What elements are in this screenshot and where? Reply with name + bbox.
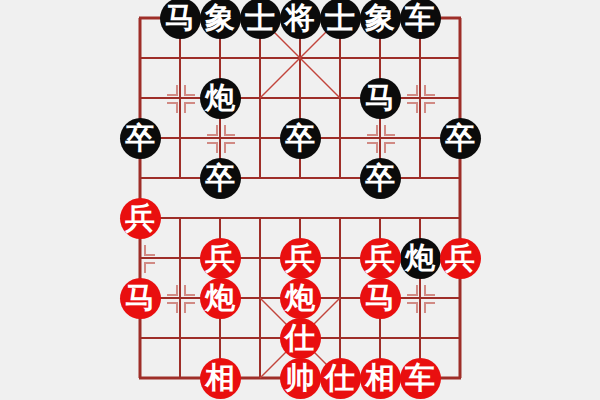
point-marker	[207, 125, 218, 136]
point-marker	[184, 102, 195, 113]
point-marker	[207, 142, 218, 153]
point-marker	[167, 285, 178, 296]
point-marker	[407, 85, 418, 96]
point-marker	[367, 125, 378, 136]
point-marker	[407, 302, 418, 313]
black-cannon[interactable]: 炮	[200, 78, 241, 119]
red-cannon[interactable]: 炮	[200, 278, 241, 319]
red-pawn[interactable]: 兵	[120, 198, 161, 239]
point-marker	[167, 102, 178, 113]
red-pawn[interactable]: 兵	[200, 238, 241, 279]
black-pawn[interactable]: 卒	[360, 158, 401, 199]
black-cannon[interactable]: 炮	[400, 238, 441, 279]
red-cannon[interactable]: 炮	[280, 278, 321, 319]
point-marker	[407, 102, 418, 113]
point-marker	[167, 85, 178, 96]
black-pawn[interactable]: 卒	[120, 118, 161, 159]
red-pawn[interactable]: 兵	[440, 238, 481, 279]
red-rook[interactable]: 车	[400, 358, 441, 399]
xiangqi-board[interactable]: 马象士将士象车炮马卒卒卒卒卒炮兵兵兵兵兵马炮炮马仕相帅仕相车	[0, 0, 600, 400]
black-pawn[interactable]: 卒	[200, 158, 241, 199]
point-marker	[167, 302, 178, 313]
black-king[interactable]: 将	[280, 0, 321, 39]
red-pawn[interactable]: 兵	[360, 238, 401, 279]
point-marker	[367, 142, 378, 153]
red-horse[interactable]: 马	[360, 278, 401, 319]
point-marker	[184, 285, 195, 296]
point-marker	[224, 125, 235, 136]
red-pawn[interactable]: 兵	[280, 238, 321, 279]
app-window: 马象士将士象车炮马卒卒卒卒卒炮兵兵兵兵兵马炮炮马仕相帅仕相车	[0, 0, 600, 400]
point-marker	[424, 285, 435, 296]
point-marker	[384, 142, 395, 153]
red-advisor[interactable]: 仕	[280, 318, 321, 359]
point-marker	[184, 302, 195, 313]
point-marker	[384, 125, 395, 136]
black-elephant[interactable]: 象	[360, 0, 401, 39]
red-elephant[interactable]: 相	[360, 358, 401, 399]
point-marker	[224, 142, 235, 153]
black-pawn[interactable]: 卒	[280, 118, 321, 159]
point-marker	[424, 85, 435, 96]
red-advisor[interactable]: 仕	[320, 358, 361, 399]
red-horse[interactable]: 马	[120, 278, 161, 319]
point-marker	[144, 245, 155, 256]
point-marker	[407, 285, 418, 296]
point-marker	[424, 102, 435, 113]
point-marker	[424, 302, 435, 313]
black-rook[interactable]: 车	[400, 0, 441, 39]
black-advisor[interactable]: 士	[240, 0, 281, 39]
red-elephant[interactable]: 相	[200, 358, 241, 399]
point-marker	[184, 85, 195, 96]
black-elephant[interactable]: 象	[200, 0, 241, 39]
red-king[interactable]: 帅	[280, 358, 321, 399]
black-pawn[interactable]: 卒	[440, 118, 481, 159]
black-horse[interactable]: 马	[160, 0, 201, 39]
point-marker	[144, 262, 155, 273]
black-horse[interactable]: 马	[360, 78, 401, 119]
black-advisor[interactable]: 士	[320, 0, 361, 39]
